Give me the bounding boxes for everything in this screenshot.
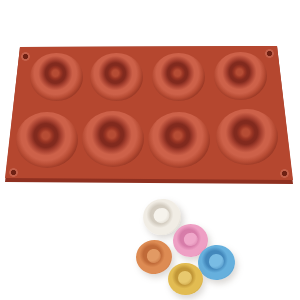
product-photo-scene	[0, 0, 300, 300]
donut-cavity	[148, 112, 210, 168]
mini-mold-center-nub	[208, 253, 224, 269]
donut-cavity	[16, 112, 78, 168]
corner-hole	[280, 169, 289, 178]
corner-hole	[9, 168, 18, 177]
yellow-mini-donut-mold	[168, 263, 203, 296]
donut-cavity	[82, 111, 144, 167]
donut-cavity	[30, 53, 83, 101]
corner-hole	[21, 52, 30, 61]
donut-cavity	[214, 52, 267, 100]
donut-cavity	[216, 109, 278, 165]
mini-mold-center-nub	[178, 271, 192, 285]
donut-cavity	[152, 53, 205, 101]
mini-mold-center-nub	[145, 248, 162, 264]
donut-cavity	[90, 53, 143, 101]
corner-hole	[265, 49, 274, 58]
mini-mold-center-nub	[153, 207, 171, 225]
mini-mold-center-nub	[182, 231, 198, 247]
